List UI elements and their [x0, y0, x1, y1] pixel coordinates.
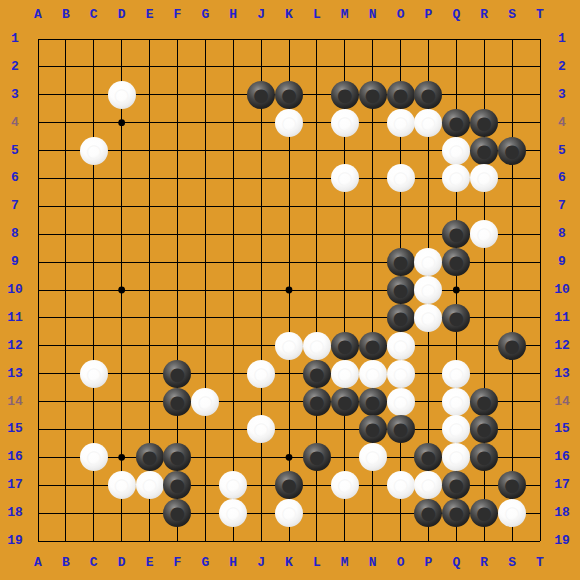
row-label-right-3: 3: [549, 87, 575, 103]
col-label-top-o: O: [388, 7, 414, 23]
white-stone-q13: ○: [442, 360, 470, 388]
col-label-bottom-d: D: [109, 555, 135, 571]
col-label-bottom-l: L: [304, 555, 330, 571]
white-stone-d17: ○: [108, 471, 136, 499]
row-label-left-2: 2: [2, 59, 28, 75]
col-label-top-k: K: [276, 7, 302, 23]
row-label-right-7: 7: [549, 198, 575, 214]
col-label-top-g: G: [192, 7, 218, 23]
row-label-right-16: 16: [549, 449, 575, 465]
row-label-right-13: 13: [549, 366, 575, 382]
row-label-right-4: 4: [549, 115, 575, 131]
col-label-bottom-p: P: [415, 555, 441, 571]
col-label-top-a: A: [25, 7, 51, 23]
black-stone-r5: ●: [470, 137, 498, 165]
white-stone-n13: ○: [359, 360, 387, 388]
star-point-q10: [453, 287, 460, 294]
white-stone-m4: ○: [331, 109, 359, 137]
black-stone-n12: ●: [359, 332, 387, 360]
col-label-bottom-m: M: [332, 555, 358, 571]
col-label-bottom-s: S: [499, 555, 525, 571]
col-label-bottom-r: R: [471, 555, 497, 571]
black-stone-k3: ●: [275, 81, 303, 109]
white-stone-q14: ○: [442, 388, 470, 416]
white-stone-l12: ○: [303, 332, 331, 360]
go-board[interactable]: AABBCCDDEEFFGGHHJJKKLLMMNNOOPPQQRRSSTT11…: [0, 0, 580, 580]
col-label-top-e: E: [137, 7, 163, 23]
row-label-right-5: 5: [549, 143, 575, 159]
col-label-bottom-g: G: [192, 555, 218, 571]
star-point-d10: [118, 287, 125, 294]
row-label-right-18: 18: [549, 505, 575, 521]
col-label-top-h: H: [220, 7, 246, 23]
white-stone-o13: ○: [387, 360, 415, 388]
row-label-left-8: 8: [2, 226, 28, 242]
row-label-left-12: 12: [2, 338, 28, 354]
row-label-right-17: 17: [549, 477, 575, 493]
black-stone-l14: ●: [303, 388, 331, 416]
white-stone-n16: ○: [359, 443, 387, 471]
row-label-left-13: 13: [2, 366, 28, 382]
col-label-bottom-c: C: [81, 555, 107, 571]
row-label-right-8: 8: [549, 226, 575, 242]
star-point-d4: [118, 119, 125, 126]
col-label-bottom-e: E: [137, 555, 163, 571]
col-label-bottom-o: O: [388, 555, 414, 571]
black-stone-n3: ●: [359, 81, 387, 109]
col-label-top-c: C: [81, 7, 107, 23]
star-point-d16: [118, 454, 125, 461]
col-label-top-r: R: [471, 7, 497, 23]
white-stone-j13: ○: [247, 360, 275, 388]
black-stone-o9: ●: [387, 248, 415, 276]
white-stone-k4: ○: [275, 109, 303, 137]
white-stone-d3: ○: [108, 81, 136, 109]
col-label-top-m: M: [332, 7, 358, 23]
black-stone-r4: ●: [470, 109, 498, 137]
row-label-left-19: 19: [2, 533, 28, 549]
white-stone-g14: ○: [191, 388, 219, 416]
white-stone-o14: ○: [387, 388, 415, 416]
col-label-top-p: P: [415, 7, 441, 23]
row-label-right-2: 2: [549, 59, 575, 75]
row-label-right-1: 1: [549, 31, 575, 47]
white-stone-m17: ○: [331, 471, 359, 499]
col-label-top-j: J: [248, 7, 274, 23]
col-label-top-n: N: [360, 7, 386, 23]
black-stone-f13: ●: [163, 360, 191, 388]
black-stone-m14: ●: [331, 388, 359, 416]
white-stone-c5: ○: [80, 137, 108, 165]
white-stone-k18: ○: [275, 499, 303, 527]
col-label-top-l: L: [304, 7, 330, 23]
row-label-right-11: 11: [549, 310, 575, 326]
row-label-right-10: 10: [549, 282, 575, 298]
col-label-bottom-k: K: [276, 555, 302, 571]
row-label-left-6: 6: [2, 170, 28, 186]
white-stone-o6: ○: [387, 164, 415, 192]
black-stone-m3: ●: [331, 81, 359, 109]
black-stone-m12: ●: [331, 332, 359, 360]
col-label-top-q: Q: [443, 7, 469, 23]
white-stone-c16: ○: [80, 443, 108, 471]
row-label-left-14: 14: [2, 394, 28, 410]
row-label-left-3: 3: [2, 87, 28, 103]
row-label-left-18: 18: [2, 505, 28, 521]
row-label-right-19: 19: [549, 533, 575, 549]
row-label-right-14: 14: [549, 394, 575, 410]
white-stone-e17: ○: [136, 471, 164, 499]
col-label-bottom-n: N: [360, 555, 386, 571]
row-label-left-9: 9: [2, 254, 28, 270]
row-label-left-17: 17: [2, 477, 28, 493]
black-stone-o3: ●: [387, 81, 415, 109]
black-stone-o10: ●: [387, 276, 415, 304]
white-stone-k12: ○: [275, 332, 303, 360]
black-stone-n14: ●: [359, 388, 387, 416]
black-stone-q4: ●: [442, 109, 470, 137]
black-stone-l13: ●: [303, 360, 331, 388]
row-label-right-12: 12: [549, 338, 575, 354]
black-stone-s12: ●: [498, 332, 526, 360]
row-label-left-16: 16: [2, 449, 28, 465]
white-stone-c13: ○: [80, 360, 108, 388]
white-stone-q5: ○: [442, 137, 470, 165]
black-stone-e16: ●: [136, 443, 164, 471]
row-label-left-11: 11: [2, 310, 28, 326]
row-label-left-4: 4: [2, 115, 28, 131]
black-stone-j3: ●: [247, 81, 275, 109]
black-stone-o11: ●: [387, 304, 415, 332]
row-label-right-6: 6: [549, 170, 575, 186]
row-label-left-15: 15: [2, 421, 28, 437]
black-stone-r14: ●: [470, 388, 498, 416]
white-stone-o17: ○: [387, 471, 415, 499]
row-label-right-9: 9: [549, 254, 575, 270]
star-point-k10: [286, 287, 293, 294]
col-label-top-s: S: [499, 7, 525, 23]
white-stone-o12: ○: [387, 332, 415, 360]
black-stone-f14: ●: [163, 388, 191, 416]
black-stone-s5: ●: [498, 137, 526, 165]
col-label-bottom-t: T: [527, 555, 553, 571]
black-stone-n15: ●: [359, 415, 387, 443]
col-label-bottom-h: H: [220, 555, 246, 571]
white-stone-p4: ○: [414, 109, 442, 137]
col-label-top-t: T: [527, 7, 553, 23]
col-label-bottom-j: J: [248, 555, 274, 571]
row-label-left-7: 7: [2, 198, 28, 214]
col-label-bottom-b: B: [53, 555, 79, 571]
white-stone-o4: ○: [387, 109, 415, 137]
col-label-top-d: D: [109, 7, 135, 23]
col-label-top-b: B: [53, 7, 79, 23]
black-stone-o15: ●: [387, 415, 415, 443]
col-label-bottom-q: Q: [443, 555, 469, 571]
row-label-right-15: 15: [549, 421, 575, 437]
col-label-top-f: F: [164, 7, 190, 23]
row-label-left-5: 5: [2, 143, 28, 159]
col-label-bottom-a: A: [25, 555, 51, 571]
white-stone-m13: ○: [331, 360, 359, 388]
col-label-bottom-f: F: [164, 555, 190, 571]
star-point-k16: [286, 454, 293, 461]
row-label-left-10: 10: [2, 282, 28, 298]
row-label-left-1: 1: [2, 31, 28, 47]
